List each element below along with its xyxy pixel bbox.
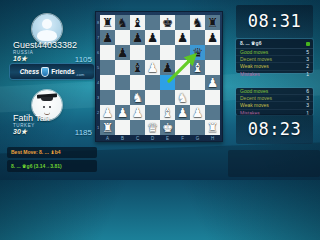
white-knight-f3: ♞ bbox=[175, 90, 190, 105]
square-a6[interactable] bbox=[100, 45, 115, 60]
last-move-text: 8. ... ♛g6 bbox=[240, 40, 261, 46]
last-move-header: 8. ... ♛g6 bbox=[236, 39, 313, 49]
chess-board-frame: 87654321 ♜♞♝♚♞♜♟♟♟♟♟♟♛♝♟♟♝♟♞♞♟♟♟♝♟♟♜♛♚♜ … bbox=[95, 11, 223, 142]
white-rook-a1: ♜ bbox=[100, 120, 115, 135]
square-c3[interactable]: ♞ bbox=[130, 90, 145, 105]
stat-value: 3 bbox=[306, 102, 309, 108]
white-king-e1: ♚ bbox=[160, 120, 175, 135]
file-label-c: C bbox=[130, 135, 145, 143]
black-king-e8: ♚ bbox=[160, 15, 175, 30]
white-pawn-a2: ♟ bbox=[100, 105, 115, 120]
stats-rows: Good moves6Decent moves3Weak moves3Mista… bbox=[236, 88, 313, 116]
square-h8[interactable]: ♜ bbox=[205, 15, 220, 30]
square-f1[interactable] bbox=[175, 120, 190, 135]
square-d1[interactable]: ♛ bbox=[145, 120, 160, 135]
square-g5[interactable]: ♝ bbox=[190, 60, 205, 75]
square-c1[interactable] bbox=[130, 120, 145, 135]
stat-label: Good moves bbox=[240, 88, 268, 94]
square-f8[interactable] bbox=[175, 15, 190, 30]
black-pawn-b6: ♟ bbox=[115, 45, 130, 60]
square-c8[interactable]: ♝ bbox=[130, 15, 145, 30]
square-a3[interactable] bbox=[100, 90, 115, 105]
square-g6[interactable]: ♛ bbox=[190, 45, 205, 60]
player-stars-top: 16★ bbox=[13, 55, 27, 63]
square-d2[interactable] bbox=[145, 105, 160, 120]
black-pawn-h7: ♟ bbox=[205, 30, 220, 45]
square-g1[interactable] bbox=[190, 120, 205, 135]
square-e8[interactable]: ♚ bbox=[160, 15, 175, 30]
move-stats-bottom: Good moves6Decent moves3Weak moves3Mista… bbox=[236, 88, 313, 115]
stat-value: 3 bbox=[306, 56, 309, 62]
square-f7[interactable]: ♟ bbox=[175, 30, 190, 45]
stat-label: Weak moves bbox=[240, 102, 269, 108]
stat-value: 1 bbox=[306, 71, 309, 77]
clock-top: 08:31 bbox=[236, 5, 313, 38]
black-pawn-e5: ♟ bbox=[160, 60, 175, 75]
square-h3[interactable] bbox=[205, 90, 220, 105]
square-a8[interactable]: ♜ bbox=[100, 15, 115, 30]
shield-icon bbox=[41, 67, 49, 77]
black-pawn-c7: ♟ bbox=[130, 30, 145, 45]
square-h1[interactable]: ♜ bbox=[205, 120, 220, 135]
chessfriends-logo[interactable]: Chess Friends .com bbox=[10, 64, 94, 79]
square-g7[interactable] bbox=[190, 30, 205, 45]
square-d6[interactable] bbox=[145, 45, 160, 60]
white-pawn-d5: ♟ bbox=[145, 60, 160, 75]
black-bishop-c8: ♝ bbox=[130, 15, 145, 30]
file-label-g: G bbox=[190, 135, 205, 143]
stat-label: Weak moves bbox=[240, 63, 269, 69]
black-knight-b8: ♞ bbox=[115, 15, 130, 30]
white-queen-d1: ♛ bbox=[145, 120, 160, 135]
graduation-cap-band bbox=[41, 97, 53, 101]
stat-value: 6 bbox=[306, 88, 309, 94]
square-g8[interactable]: ♞ bbox=[190, 15, 205, 30]
stat-value: 5 bbox=[306, 49, 309, 55]
file-label-f: F bbox=[175, 135, 190, 143]
square-d8[interactable] bbox=[145, 15, 160, 30]
square-f6[interactable] bbox=[175, 45, 190, 60]
player-rating-bottom: 1185 bbox=[75, 128, 92, 137]
move-quality-indicator bbox=[306, 42, 310, 46]
white-pawn-g2: ♟ bbox=[190, 105, 205, 120]
black-rook-a8: ♜ bbox=[100, 15, 115, 30]
square-d3[interactable] bbox=[145, 90, 160, 105]
square-b1[interactable] bbox=[115, 120, 130, 135]
black-knight-g8: ♞ bbox=[190, 15, 205, 30]
black-pawn-f7: ♟ bbox=[175, 30, 190, 45]
file-labels: ABCDEFGH bbox=[100, 135, 220, 143]
stat-row-decent-moves: Decent moves3 bbox=[236, 55, 313, 62]
black-pawn-d7: ♟ bbox=[145, 30, 160, 45]
black-rook-h8: ♜ bbox=[205, 15, 220, 30]
square-e2[interactable]: ♝ bbox=[160, 105, 175, 120]
best-move-annotation: Best Move: 8. ... ♝b4 bbox=[7, 147, 97, 158]
square-a5[interactable] bbox=[100, 60, 115, 75]
square-c6[interactable] bbox=[130, 45, 145, 60]
square-b7[interactable] bbox=[115, 30, 130, 45]
square-f3[interactable]: ♞ bbox=[175, 90, 190, 105]
avatar-silhouette-head bbox=[42, 19, 52, 29]
player-rating-top: 1105 bbox=[75, 55, 92, 64]
stat-row-weak-moves: Weak moves2 bbox=[236, 62, 313, 69]
square-c2[interactable]: ♟ bbox=[130, 105, 145, 120]
square-h4[interactable]: ♟ bbox=[205, 75, 220, 90]
square-e6[interactable] bbox=[160, 45, 175, 60]
square-e4[interactable] bbox=[160, 75, 175, 90]
stat-value: 3 bbox=[306, 95, 309, 101]
empty-panel bbox=[228, 150, 320, 177]
square-f5[interactable] bbox=[175, 60, 190, 75]
square-b8[interactable]: ♞ bbox=[115, 15, 130, 30]
avatar-eye bbox=[43, 106, 45, 108]
black-bishop-c5: ♝ bbox=[130, 60, 145, 75]
player-stars-bottom: 30★ bbox=[13, 128, 27, 136]
square-d4[interactable] bbox=[145, 75, 160, 90]
chess-board[interactable]: ♜♞♝♚♞♜♟♟♟♟♟♟♛♝♟♟♝♟♞♞♟♟♟♝♟♟♜♛♚♜ bbox=[100, 15, 220, 135]
square-c4[interactable] bbox=[130, 75, 145, 90]
square-d7[interactable]: ♟ bbox=[145, 30, 160, 45]
stat-label: Mistakes bbox=[240, 71, 260, 77]
move-stats-top: 8. ... ♛g6 Good moves5Decent moves3Weak … bbox=[236, 39, 313, 73]
white-pawn-h4: ♟ bbox=[205, 75, 220, 90]
stat-row-decent-moves: Decent moves3 bbox=[236, 94, 313, 101]
square-e1[interactable]: ♚ bbox=[160, 120, 175, 135]
stat-row-mistakes: Mistakes1 bbox=[236, 70, 313, 77]
square-g4[interactable] bbox=[190, 75, 205, 90]
square-a1[interactable]: ♜ bbox=[100, 120, 115, 135]
square-a7[interactable]: ♟ bbox=[100, 30, 115, 45]
file-label-d: D bbox=[145, 135, 160, 143]
stat-value: 2 bbox=[306, 63, 309, 69]
white-rook-h1: ♜ bbox=[205, 120, 220, 135]
square-b5[interactable] bbox=[115, 60, 130, 75]
stat-label: Good moves bbox=[240, 49, 268, 55]
player-name-top: Guest44033382 bbox=[13, 40, 98, 50]
square-f4[interactable] bbox=[175, 75, 190, 90]
square-d5[interactable]: ♟ bbox=[145, 60, 160, 75]
file-label-e: E bbox=[160, 135, 175, 143]
white-bishop-e2: ♝ bbox=[160, 105, 175, 120]
file-label-b: B bbox=[115, 135, 130, 143]
square-f2[interactable]: ♟ bbox=[175, 105, 190, 120]
square-c5[interactable]: ♝ bbox=[130, 60, 145, 75]
played-move-annotation: 8. ... ♛g6 (3.14→3.81) bbox=[7, 160, 97, 172]
square-e5[interactable]: ♟ bbox=[160, 60, 175, 75]
square-g3[interactable] bbox=[190, 90, 205, 105]
square-a2[interactable]: ♟ bbox=[100, 105, 115, 120]
square-a4[interactable] bbox=[100, 75, 115, 90]
square-h7[interactable]: ♟ bbox=[205, 30, 220, 45]
logo-text-friends: Friends bbox=[51, 68, 74, 75]
square-h6[interactable] bbox=[205, 45, 220, 60]
player-name-bottom: Fatih Tan bbox=[13, 113, 98, 123]
square-b6[interactable]: ♟ bbox=[115, 45, 130, 60]
white-pawn-f2: ♟ bbox=[175, 105, 190, 120]
square-b2[interactable]: ♟ bbox=[115, 105, 130, 120]
square-h5[interactable] bbox=[205, 60, 220, 75]
file-label-a: A bbox=[100, 135, 115, 143]
avatar-eye bbox=[49, 106, 51, 108]
logo-text-com: .com bbox=[76, 72, 85, 77]
logo-text-chess: Chess bbox=[20, 68, 40, 75]
clock-bottom: 08:23 bbox=[236, 114, 313, 144]
stats-rows: Good moves5Decent moves3Weak moves2Mista… bbox=[236, 49, 313, 77]
square-c7[interactable]: ♟ bbox=[130, 30, 145, 45]
white-bishop-g5: ♝ bbox=[190, 60, 205, 75]
players-sidebar: Guest44033382 RUSSIA 16★ 1105 Chess Frie… bbox=[0, 0, 100, 180]
stat-row-weak-moves: Weak moves3 bbox=[236, 101, 313, 108]
file-label-h: H bbox=[205, 135, 220, 143]
square-g2[interactable]: ♟ bbox=[190, 105, 205, 120]
black-pawn-a7: ♟ bbox=[100, 30, 115, 45]
square-e7[interactable] bbox=[160, 30, 175, 45]
square-b4[interactable] bbox=[115, 75, 130, 90]
white-pawn-b2: ♟ bbox=[115, 105, 130, 120]
square-h2[interactable] bbox=[205, 105, 220, 120]
white-knight-c3: ♞ bbox=[130, 90, 145, 105]
square-e3[interactable] bbox=[160, 90, 175, 105]
square-b3[interactable] bbox=[115, 90, 130, 105]
stat-label: Decent moves bbox=[240, 95, 272, 101]
stat-label: Decent moves bbox=[240, 56, 272, 62]
white-pawn-c2: ♟ bbox=[130, 105, 145, 120]
game-screen: { "game": "chess", "position": { "fen": … bbox=[0, 0, 320, 180]
black-queen-g6: ♛ bbox=[190, 45, 205, 60]
